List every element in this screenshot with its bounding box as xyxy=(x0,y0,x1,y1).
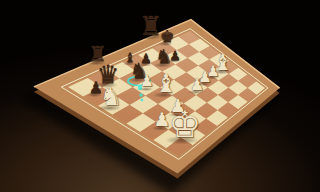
piece-black-knight[interactable]: ♞ xyxy=(155,47,172,66)
piece-white-bishop[interactable]: ♝ xyxy=(155,72,177,97)
piece-white-king[interactable]: ♚ xyxy=(169,107,201,143)
piece-black-king[interactable]: ♚ xyxy=(160,29,175,45)
piece-white-knight[interactable]: ♞ xyxy=(100,85,122,110)
chess-app-screen: ♚♝♛♟♞♟♞♟♞♟♝♝♟♟♟♟♟♚♜♜ xyxy=(0,0,320,192)
piece-white-pawn[interactable]: ♟ xyxy=(140,74,154,89)
piece-white-pawn[interactable]: ♟ xyxy=(190,77,204,93)
pieces-layer: ♚♝♛♟♞♟♞♟♞♟♝♝♟♟♟♟♟♚♜♜ xyxy=(0,0,320,192)
